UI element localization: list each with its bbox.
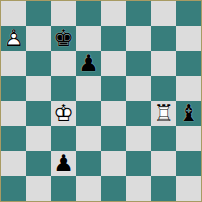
black-bishop[interactable]: ♝ (176, 101, 201, 126)
square-c5[interactable] (51, 76, 76, 101)
square-a6[interactable] (1, 51, 26, 76)
square-b4[interactable] (26, 101, 51, 126)
square-f4[interactable] (126, 101, 151, 126)
white-pawn[interactable]: ♟♙ (1, 26, 26, 51)
square-c2[interactable]: ♟ (51, 151, 76, 176)
square-g2[interactable] (151, 151, 176, 176)
square-e8[interactable] (101, 1, 126, 26)
square-d2[interactable] (76, 151, 101, 176)
black-bishop-glyph: ♝ (176, 101, 201, 126)
white-rook-outline: ♖ (151, 101, 176, 126)
white-pawn-outline: ♙ (1, 26, 26, 51)
square-f5[interactable] (126, 76, 151, 101)
square-b2[interactable] (26, 151, 51, 176)
square-c8[interactable] (51, 1, 76, 26)
square-a8[interactable] (1, 1, 26, 26)
white-rook[interactable]: ♜♖ (151, 101, 176, 126)
square-g3[interactable] (151, 126, 176, 151)
square-d1[interactable] (76, 176, 101, 201)
square-b3[interactable] (26, 126, 51, 151)
square-e2[interactable] (101, 151, 126, 176)
square-f2[interactable] (126, 151, 151, 176)
square-h7[interactable] (176, 26, 201, 51)
square-c1[interactable] (51, 176, 76, 201)
square-d8[interactable] (76, 1, 101, 26)
square-b1[interactable] (26, 176, 51, 201)
square-h2[interactable] (176, 151, 201, 176)
square-b7[interactable] (26, 26, 51, 51)
square-g1[interactable] (151, 176, 176, 201)
black-pawn[interactable]: ♟ (76, 51, 101, 76)
black-pawn[interactable]: ♟ (51, 151, 76, 176)
square-a3[interactable] (1, 126, 26, 151)
black-pawn-glyph: ♟ (51, 151, 76, 176)
square-e6[interactable] (101, 51, 126, 76)
square-e5[interactable] (101, 76, 126, 101)
square-c6[interactable] (51, 51, 76, 76)
white-king-outline: ♔ (51, 101, 76, 126)
white-king[interactable]: ♚♔ (51, 101, 76, 126)
square-g7[interactable] (151, 26, 176, 51)
square-a1[interactable] (1, 176, 26, 201)
square-g8[interactable] (151, 1, 176, 26)
square-b5[interactable] (26, 76, 51, 101)
square-h1[interactable] (176, 176, 201, 201)
square-f3[interactable] (126, 126, 151, 151)
square-e1[interactable] (101, 176, 126, 201)
square-f7[interactable] (126, 26, 151, 51)
square-c7[interactable]: ♚ (51, 26, 76, 51)
square-a5[interactable] (1, 76, 26, 101)
black-king-glyph: ♚ (51, 26, 76, 51)
square-a7[interactable]: ♟♙ (1, 26, 26, 51)
square-e3[interactable] (101, 126, 126, 151)
chess-board: ♟♙♚♟♚♔♜♖♝♟ (1, 1, 201, 201)
square-e7[interactable] (101, 26, 126, 51)
square-f1[interactable] (126, 176, 151, 201)
chess-board-frame: ♟♙♚♟♚♔♜♖♝♟ (0, 0, 202, 202)
square-g4[interactable]: ♜♖ (151, 101, 176, 126)
square-d3[interactable] (76, 126, 101, 151)
black-pawn-glyph: ♟ (76, 51, 101, 76)
square-f8[interactable] (126, 1, 151, 26)
square-d7[interactable] (76, 26, 101, 51)
square-a4[interactable] (1, 101, 26, 126)
square-h3[interactable] (176, 126, 201, 151)
square-c3[interactable] (51, 126, 76, 151)
square-g5[interactable] (151, 76, 176, 101)
square-a2[interactable] (1, 151, 26, 176)
black-king[interactable]: ♚ (51, 26, 76, 51)
square-f6[interactable] (126, 51, 151, 76)
square-h5[interactable] (176, 76, 201, 101)
square-d5[interactable] (76, 76, 101, 101)
square-h4[interactable]: ♝ (176, 101, 201, 126)
square-b6[interactable] (26, 51, 51, 76)
square-d6[interactable]: ♟ (76, 51, 101, 76)
square-g6[interactable] (151, 51, 176, 76)
square-h8[interactable] (176, 1, 201, 26)
square-h6[interactable] (176, 51, 201, 76)
square-b8[interactable] (26, 1, 51, 26)
square-e4[interactable] (101, 101, 126, 126)
square-c4[interactable]: ♚♔ (51, 101, 76, 126)
square-d4[interactable] (76, 101, 101, 126)
